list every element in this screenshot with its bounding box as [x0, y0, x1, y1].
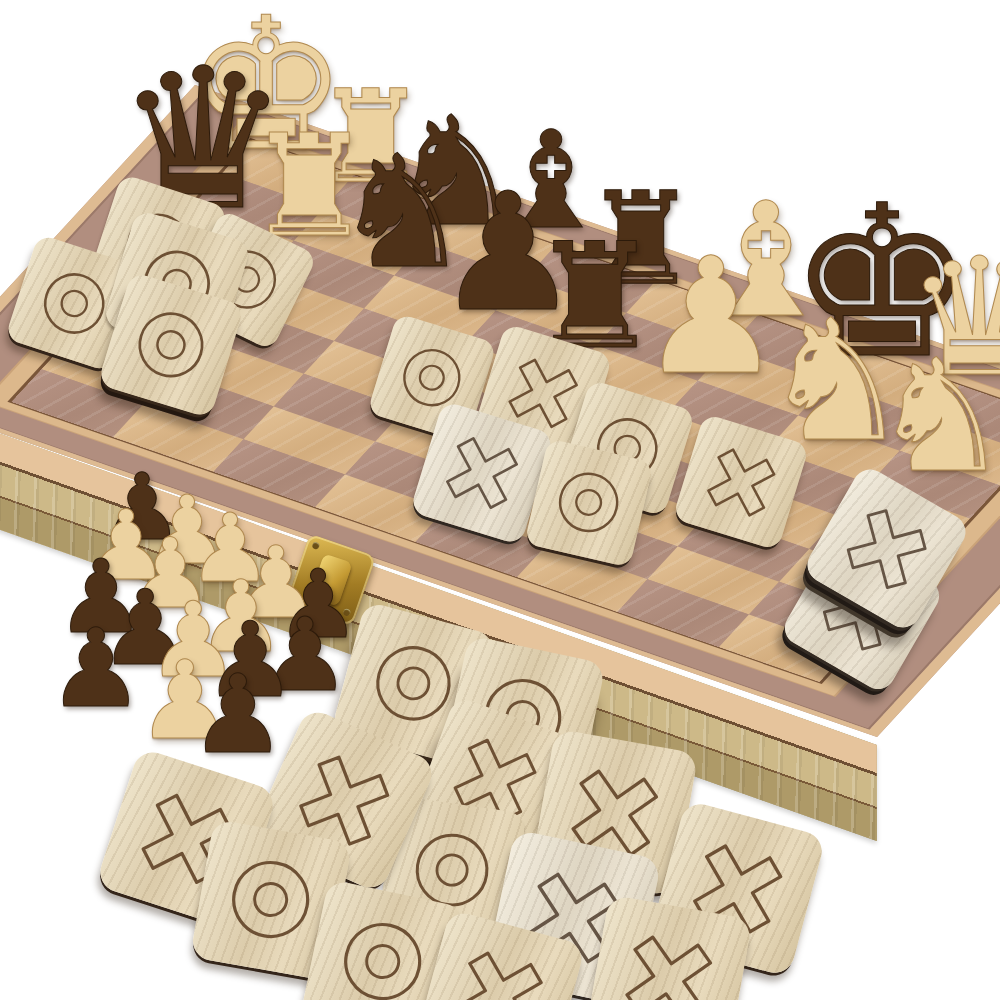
chess-piece-dark-pawn[interactable]: ♟ — [55, 624, 138, 716]
knight-glyph: ♞ — [871, 349, 1000, 484]
pawn-glyph: ♟ — [47, 622, 144, 716]
chess-piece-light-pawn[interactable]: ♟ — [650, 251, 772, 387]
chess-piece-dark-pawn[interactable]: ♟ — [197, 670, 280, 762]
x-engraving-icon — [681, 422, 802, 543]
pawn-glyph: ♟ — [189, 668, 286, 762]
x-engraving-icon — [418, 409, 545, 536]
o-engraving-icon — [532, 446, 646, 560]
o-engraving-icon — [106, 280, 236, 410]
scene: ♛♚♜♜♞♞♟♝♜♜♟♝♚♞♞♛♟♟♟♟♟♟♟♟♟♟♟♟♟♟♟♟ — [0, 0, 1000, 1000]
x-engraving-icon — [594, 904, 742, 1000]
chess-piece-light-knight[interactable]: ♞ — [882, 352, 1000, 484]
